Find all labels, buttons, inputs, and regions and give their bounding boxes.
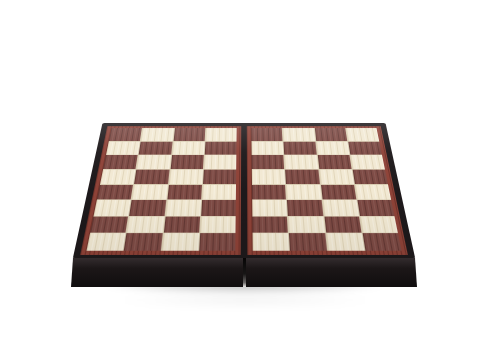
square-r3-c1-dark[interactable] [103, 155, 138, 169]
square-r1-c5-dark[interactable] [251, 128, 282, 141]
square-r4-c3-light[interactable] [169, 170, 203, 184]
hinge-seam [243, 258, 246, 287]
square-r8-c5-light[interactable] [253, 233, 290, 250]
board-surface [73, 123, 416, 259]
square-r5-c7-dark[interactable] [321, 185, 357, 200]
square-r7-c3-dark[interactable] [163, 216, 200, 232]
squares-grid-left [87, 128, 237, 250]
square-r8-c2-dark[interactable] [124, 233, 162, 250]
square-r5-c2-light[interactable] [132, 185, 168, 200]
square-r2-c3-light[interactable] [172, 141, 205, 154]
square-r5-c6-light[interactable] [286, 185, 321, 200]
square-r2-c4-dark[interactable] [204, 141, 236, 154]
square-r7-c5-dark[interactable] [252, 216, 288, 232]
square-r1-c6-light[interactable] [283, 128, 315, 141]
square-r6-c4-dark[interactable] [201, 200, 236, 216]
square-r6-c3-light[interactable] [165, 200, 201, 216]
square-r8-c1-light[interactable] [87, 233, 126, 250]
square-r3-c6-light[interactable] [285, 155, 318, 169]
square-r3-c7-dark[interactable] [317, 155, 351, 169]
square-r4-c6-dark[interactable] [285, 170, 319, 184]
square-r7-c1-dark[interactable] [90, 216, 128, 232]
square-r4-c2-dark[interactable] [134, 170, 169, 184]
square-r4-c4-dark[interactable] [203, 170, 236, 184]
square-r1-c4-light[interactable] [205, 128, 236, 141]
square-r2-c1-light[interactable] [106, 141, 140, 154]
board-half-right [244, 123, 415, 259]
square-r7-c6-light[interactable] [288, 216, 325, 232]
square-r5-c4-light[interactable] [202, 185, 236, 200]
square-r1-c1-dark[interactable] [109, 128, 142, 141]
square-r1-c8-light[interactable] [346, 128, 379, 141]
square-r7-c4-light[interactable] [200, 216, 236, 232]
square-r5-c1-dark[interactable] [97, 185, 133, 200]
square-r3-c3-dark[interactable] [170, 155, 203, 169]
squares-grid-right [251, 128, 401, 250]
square-r1-c7-dark[interactable] [314, 128, 347, 141]
square-r1-c3-dark[interactable] [173, 128, 205, 141]
square-r7-c8-light[interactable] [360, 216, 398, 232]
square-r2-c8-dark[interactable] [348, 141, 382, 154]
square-r3-c8-light[interactable] [350, 155, 385, 169]
square-r5-c5-dark[interactable] [252, 185, 286, 200]
square-r8-c8-dark[interactable] [362, 233, 401, 250]
square-r6-c5-light[interactable] [252, 200, 287, 216]
square-r6-c2-dark[interactable] [129, 200, 165, 216]
square-r5-c3-dark[interactable] [167, 185, 202, 200]
photo-scene [0, 0, 484, 350]
square-r4-c8-dark[interactable] [352, 170, 387, 184]
square-r8-c6-dark[interactable] [289, 233, 326, 250]
square-r8-c7-light[interactable] [326, 233, 364, 250]
square-r4-c1-light[interactable] [100, 170, 135, 184]
square-r3-c5-dark[interactable] [252, 155, 285, 169]
square-r6-c8-dark[interactable] [357, 200, 394, 216]
square-r7-c2-light[interactable] [127, 216, 164, 232]
board-front-edge [0, 258, 484, 287]
board-half-left [73, 123, 244, 259]
square-r2-c5-light[interactable] [252, 141, 284, 154]
square-r4-c5-light[interactable] [252, 170, 285, 184]
square-r3-c4-light[interactable] [204, 155, 237, 169]
square-r8-c4-dark[interactable] [199, 233, 236, 250]
square-r2-c6-dark[interactable] [284, 141, 317, 154]
square-r4-c7-light[interactable] [319, 170, 354, 184]
square-r6-c1-light[interactable] [94, 200, 131, 216]
square-r8-c3-light[interactable] [161, 233, 198, 250]
square-r6-c7-light[interactable] [322, 200, 358, 216]
square-r5-c8-light[interactable] [355, 185, 391, 200]
square-r2-c2-dark[interactable] [139, 141, 172, 154]
square-r7-c7-dark[interactable] [324, 216, 361, 232]
square-r3-c2-light[interactable] [137, 155, 171, 169]
square-r1-c2-light[interactable] [141, 128, 174, 141]
square-r6-c6-dark[interactable] [287, 200, 323, 216]
square-r2-c7-light[interactable] [316, 141, 349, 154]
